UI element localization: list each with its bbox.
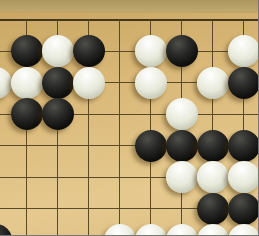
- intersection-r5c8[interactable]: [197, 130, 228, 162]
- intersection-r2c5[interactable]: [104, 36, 135, 68]
- intersection-r6c1[interactable]: [0, 162, 11, 194]
- intersection-r7c1[interactable]: [0, 193, 11, 225]
- intersection-r2c6[interactable]: [135, 36, 166, 68]
- intersection-r6c8[interactable]: [197, 162, 228, 194]
- intersection-r3c7[interactable]: [166, 67, 197, 99]
- intersection-r8c9[interactable]: [228, 225, 258, 236]
- intersection-r1c8[interactable]: [197, 4, 228, 36]
- white-stone-r8c6: [135, 224, 167, 235]
- black-stone-r7c8: [197, 193, 229, 225]
- intersection-r3c6[interactable]: [135, 67, 166, 99]
- intersection-r2c1[interactable]: [0, 36, 11, 68]
- black-stone-r5c7: [166, 130, 198, 162]
- intersection-r1c2[interactable]: [11, 4, 42, 36]
- black-stone-r8c1: [0, 224, 12, 235]
- intersection-r4c6[interactable]: [135, 99, 166, 131]
- black-stone-r2c7: [166, 35, 198, 67]
- intersection-r5c6[interactable]: [135, 130, 166, 162]
- intersection-r4c4[interactable]: [73, 99, 104, 131]
- intersection-r2c8[interactable]: [197, 36, 228, 68]
- intersection-r8c7[interactable]: [166, 225, 197, 236]
- intersection-r7c3[interactable]: [42, 193, 73, 225]
- intersection-r7c4[interactable]: [73, 193, 104, 225]
- intersection-r4c7[interactable]: [166, 99, 197, 131]
- intersection-r3c5[interactable]: [104, 67, 135, 99]
- white-stone-r8c7: [166, 224, 198, 235]
- white-stone-r8c9: [228, 224, 259, 235]
- white-stone-r2c9: [228, 35, 259, 67]
- intersection-r3c8[interactable]: [197, 67, 228, 99]
- intersection-r5c9[interactable]: [228, 130, 258, 162]
- intersection-r2c9[interactable]: [228, 36, 258, 68]
- white-stone-r3c8: [197, 67, 229, 99]
- intersection-r3c1[interactable]: [0, 67, 11, 99]
- intersection-r1c1[interactable]: [0, 4, 11, 36]
- black-stone-r5c9: [228, 130, 259, 162]
- intersection-r3c4[interactable]: [73, 67, 104, 99]
- intersection-r7c9[interactable]: [228, 193, 258, 225]
- black-stone-r5c6: [135, 130, 167, 162]
- intersection-r6c3[interactable]: [42, 162, 73, 194]
- black-stone-r5c8: [197, 130, 229, 162]
- white-stone-r3c6: [135, 67, 167, 99]
- intersection-r8c3[interactable]: [42, 225, 73, 236]
- intersection-r1c7[interactable]: [166, 4, 197, 36]
- intersection-r4c5[interactable]: [104, 99, 135, 131]
- white-stone-r2c3: [42, 35, 74, 67]
- black-stone-r3c3: [42, 67, 74, 99]
- intersection-r5c4[interactable]: [73, 130, 104, 162]
- intersection-r4c3[interactable]: [42, 99, 73, 131]
- intersection-r4c2[interactable]: [11, 99, 42, 131]
- intersection-r2c7[interactable]: [166, 36, 197, 68]
- intersection-r3c9[interactable]: [228, 67, 258, 99]
- intersection-r1c3[interactable]: [42, 4, 73, 36]
- white-stone-r3c4: [73, 67, 105, 99]
- black-stone-r3c9: [228, 67, 259, 99]
- intersection-r3c3[interactable]: [42, 67, 73, 99]
- intersection-r2c4[interactable]: [73, 36, 104, 68]
- intersection-r5c2[interactable]: [11, 130, 42, 162]
- intersection-r7c2[interactable]: [11, 193, 42, 225]
- black-stone-r2c2: [11, 35, 43, 67]
- intersection-r5c7[interactable]: [166, 130, 197, 162]
- intersection-r2c2[interactable]: [11, 36, 42, 68]
- white-stone-r3c2: [11, 67, 43, 99]
- intersection-r6c4[interactable]: [73, 162, 104, 194]
- intersection-r8c1[interactable]: [0, 225, 11, 236]
- intersection-r7c7[interactable]: [166, 193, 197, 225]
- white-stone-r6c8: [197, 161, 229, 193]
- black-stone-r4c3: [42, 98, 74, 130]
- go-board-screenshot: [0, 0, 258, 235]
- intersection-r6c5[interactable]: [104, 162, 135, 194]
- intersection-r7c6[interactable]: [135, 193, 166, 225]
- intersection-r1c9[interactable]: [228, 4, 258, 36]
- intersection-r7c5[interactable]: [104, 193, 135, 225]
- intersection-r3c2[interactable]: [11, 67, 42, 99]
- white-stone-r6c9: [228, 161, 259, 193]
- intersection-r6c2[interactable]: [11, 162, 42, 194]
- intersection-r7c8[interactable]: [197, 193, 228, 225]
- white-stone-r6c7: [166, 161, 198, 193]
- white-stone-r2c6: [135, 35, 167, 67]
- intersection-r2c3[interactable]: [42, 36, 73, 68]
- go-board: [0, 4, 258, 235]
- intersection-r1c4[interactable]: [73, 4, 104, 36]
- intersection-r1c6[interactable]: [135, 4, 166, 36]
- black-stone-r2c4: [73, 35, 105, 67]
- black-stone-r7c9: [228, 193, 259, 225]
- intersection-r5c3[interactable]: [42, 130, 73, 162]
- white-stone-r8c5: [104, 224, 136, 235]
- intersection-r5c1[interactable]: [0, 130, 11, 162]
- intersection-r8c4[interactable]: [73, 225, 104, 236]
- intersection-r8c8[interactable]: [197, 225, 228, 236]
- white-stone-r4c7: [166, 98, 198, 130]
- intersection-r4c1[interactable]: [0, 99, 11, 131]
- intersection-r6c6[interactable]: [135, 162, 166, 194]
- intersection-r6c9[interactable]: [228, 162, 258, 194]
- intersection-r8c5[interactable]: [104, 225, 135, 236]
- intersection-r6c7[interactable]: [166, 162, 197, 194]
- black-stone-r4c2: [11, 98, 43, 130]
- intersection-r8c6[interactable]: [135, 225, 166, 236]
- intersection-r4c9[interactable]: [228, 99, 258, 131]
- intersection-r5c5[interactable]: [104, 130, 135, 162]
- intersection-r8c2[interactable]: [11, 225, 42, 236]
- white-stone-r8c8: [197, 224, 229, 235]
- intersection-r4c8[interactable]: [197, 99, 228, 131]
- intersection-r1c5[interactable]: [104, 4, 135, 36]
